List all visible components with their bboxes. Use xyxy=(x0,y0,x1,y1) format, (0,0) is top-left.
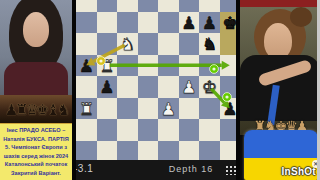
chess-board: ♟♟♚♞♞♟♜♟♟♚♜♟♟ xyxy=(76,0,240,162)
square-d6 xyxy=(138,33,159,55)
square-a3: ♜ xyxy=(76,98,97,120)
square-e1 xyxy=(158,141,179,163)
square-f5 xyxy=(179,55,200,77)
square-b4: ♟ xyxy=(97,76,118,98)
square-c1 xyxy=(117,141,138,163)
square-f1 xyxy=(179,141,200,163)
white-pawn: ♟ xyxy=(179,76,200,98)
square-d3 xyxy=(138,98,159,120)
square-g4: ♚ xyxy=(199,76,220,98)
black-pawn: ♟ xyxy=(76,55,97,77)
caption-line: шахів серед жінок 2024 xyxy=(0,152,72,161)
black-pawn: ♟ xyxy=(179,12,200,34)
square-b8 xyxy=(97,0,118,12)
square-c5 xyxy=(117,55,138,77)
panel-divider xyxy=(72,0,76,180)
hair-bun-shape xyxy=(290,7,312,27)
square-a8 xyxy=(76,0,97,12)
square-g6: ♞ xyxy=(199,33,220,55)
black-pawn: ♟ xyxy=(97,76,118,98)
caption-box: Інес ПРАДО АСЕБО –Наталія БУКСА. ПАРТІЯ5… xyxy=(0,123,72,180)
square-g8 xyxy=(199,0,220,12)
caption-line: Каталонський початок xyxy=(0,160,72,169)
square-f2 xyxy=(179,119,200,141)
square-e2 xyxy=(158,119,179,141)
square-e6 xyxy=(158,33,179,55)
torso-shape xyxy=(4,62,68,95)
square-b1 xyxy=(97,141,118,163)
square-a4 xyxy=(76,76,97,98)
caption-line: Інес ПРАДО АСЕБО – xyxy=(0,126,72,135)
white-knight: ♞ xyxy=(117,33,138,55)
caption-line: Наталія БУКСА. ПАРТІЯ xyxy=(0,135,72,144)
left-player-panel: ♟♜♛♚♝♞ Інес ПРАДО АСЕБО –Наталія БУКСА. … xyxy=(0,0,72,180)
square-a5: ♟ xyxy=(76,55,97,77)
inshot-watermark: InShOt ✕ xyxy=(281,166,316,177)
square-b6 xyxy=(97,33,118,55)
square-d8 xyxy=(138,0,159,12)
square-f4: ♟ xyxy=(179,76,200,98)
face-shape xyxy=(264,23,292,59)
face-shape xyxy=(23,12,49,47)
caption-line: Закритий Варіант. xyxy=(0,169,72,178)
square-b3 xyxy=(97,98,118,120)
flag-blue-stripe xyxy=(244,130,318,158)
white-rook: ♜ xyxy=(97,55,118,77)
square-e4 xyxy=(158,76,179,98)
left-player-photo xyxy=(0,0,72,95)
square-a7 xyxy=(76,12,97,34)
square-c6: ♞ xyxy=(117,33,138,55)
square-g2 xyxy=(199,119,220,141)
square-f7: ♟ xyxy=(179,12,200,34)
red-band xyxy=(240,0,320,7)
square-f3 xyxy=(179,98,200,120)
square-g5 xyxy=(199,55,220,77)
square-d7 xyxy=(138,12,159,34)
square-d2 xyxy=(138,119,159,141)
chess-piece-silhouettes: ♟♜♛♚♝♞ xyxy=(5,101,68,119)
caption-line: 5. Чемпіонат Європи з xyxy=(0,143,72,152)
square-b7 xyxy=(97,12,118,34)
square-c4 xyxy=(117,76,138,98)
white-rook: ♜ xyxy=(76,98,97,120)
right-player-photo: ♜♞♚♛♟ xyxy=(240,7,320,135)
black-pawn: ♟ xyxy=(199,12,220,34)
square-e5 xyxy=(158,55,179,77)
black-knight: ♞ xyxy=(199,33,220,55)
wooden-chess-pieces-strip: ♟♜♛♚♝♞ xyxy=(0,95,72,123)
square-a2 xyxy=(76,119,97,141)
square-d1 xyxy=(138,141,159,163)
square-a6 xyxy=(76,33,97,55)
square-g1 xyxy=(199,141,220,163)
video-thumbnail: ♟♟♚♞♞♟♜♟♟♚♜♟♟ -3.1 Depth 16 ♟♜♛♚♝♞ Інес … xyxy=(0,0,320,180)
right-player-panel: ♜♞♚♛♟ InShOt ✕ xyxy=(240,0,320,180)
square-b2 xyxy=(97,119,118,141)
square-c2 xyxy=(117,119,138,141)
square-d4 xyxy=(138,76,159,98)
square-f6 xyxy=(179,33,200,55)
white-pawn: ♟ xyxy=(158,98,179,120)
square-e8 xyxy=(158,0,179,12)
engine-eval: -3.1 xyxy=(74,163,93,174)
square-g7: ♟ xyxy=(199,12,220,34)
square-f8 xyxy=(179,0,200,12)
square-a1 xyxy=(76,141,97,163)
square-b5: ♜ xyxy=(97,55,118,77)
square-c8 xyxy=(117,0,138,12)
square-d5 xyxy=(138,55,159,77)
square-e3: ♟ xyxy=(158,98,179,120)
white-king: ♚ xyxy=(199,76,220,98)
square-c7 xyxy=(117,12,138,34)
watermark-text: InShOt xyxy=(281,166,316,177)
square-c3 xyxy=(117,98,138,120)
square-e7 xyxy=(158,12,179,34)
square-g3 xyxy=(199,98,220,120)
